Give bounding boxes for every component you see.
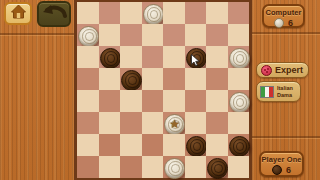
board-square[interactable] [99, 134, 121, 156]
board-square [120, 2, 142, 24]
difficulty-label: Expert [275, 65, 303, 75]
board-square[interactable] [142, 90, 164, 112]
board-square [206, 134, 228, 156]
board-square[interactable] [228, 46, 250, 68]
board-square [99, 156, 121, 178]
board-square [163, 2, 185, 24]
board-square [99, 68, 121, 90]
board-square [206, 2, 228, 24]
board-square[interactable] [206, 112, 228, 134]
board-square [185, 68, 207, 90]
board-square [163, 46, 185, 68]
board-square [228, 112, 250, 134]
board-square [120, 46, 142, 68]
italy-flag-icon [260, 86, 274, 98]
white-piece[interactable] [229, 92, 250, 113]
player-score: 6 [286, 165, 291, 175]
white-piece[interactable] [78, 26, 99, 47]
board-square [142, 156, 164, 178]
mouse-cursor [191, 53, 200, 71]
board-square[interactable] [163, 156, 185, 178]
board-square [185, 112, 207, 134]
player-name: Player One [261, 155, 302, 164]
undo-button[interactable] [37, 1, 71, 27]
board-square[interactable] [142, 134, 164, 156]
white-piece[interactable] [164, 158, 185, 179]
board-square[interactable] [99, 2, 121, 24]
board-square [206, 90, 228, 112]
board-square [77, 46, 99, 68]
board-square [120, 134, 142, 156]
variant-panel: Italian Dama [256, 81, 301, 102]
board-square[interactable] [206, 68, 228, 90]
wood-seam [0, 33, 74, 35]
board-square[interactable] [228, 90, 250, 112]
board-square[interactable] [120, 112, 142, 134]
board-square [77, 2, 99, 24]
board-square[interactable] [77, 112, 99, 134]
board-square [185, 156, 207, 178]
board: ★ [74, 0, 252, 180]
board-square [99, 24, 121, 46]
variant-line1: Italian [277, 85, 293, 91]
board-square[interactable] [120, 68, 142, 90]
board-square [228, 24, 250, 46]
board-square[interactable] [99, 90, 121, 112]
wood-seam [252, 32, 320, 34]
board-square[interactable] [99, 46, 121, 68]
board-square [99, 112, 121, 134]
white-king-piece[interactable]: ★ [164, 114, 185, 135]
board-square[interactable] [77, 156, 99, 178]
board-square[interactable] [142, 46, 164, 68]
computer-name: Computer [264, 8, 303, 17]
computer-score: 6 [288, 18, 293, 28]
board-square[interactable] [228, 134, 250, 156]
board-square [206, 46, 228, 68]
player-panel: Player One 6 [259, 151, 304, 177]
board-square[interactable]: ★ [163, 112, 185, 134]
white-piece[interactable] [229, 48, 250, 69]
board-square [185, 24, 207, 46]
board-square [142, 24, 164, 46]
dark-piece[interactable] [207, 158, 228, 179]
board-square [228, 156, 250, 178]
king-star-icon: ★ [169, 118, 180, 130]
dark-piece[interactable] [229, 136, 250, 157]
board-square [142, 68, 164, 90]
white-piece-icon [274, 18, 284, 28]
board-square [163, 90, 185, 112]
home-icon [10, 4, 27, 24]
board-square[interactable] [228, 2, 250, 24]
board-square [163, 134, 185, 156]
board-square[interactable] [185, 134, 207, 156]
board-square[interactable] [206, 24, 228, 46]
board-square [228, 68, 250, 90]
dark-piece[interactable] [121, 70, 142, 91]
board-square[interactable] [142, 2, 164, 24]
board-square[interactable] [120, 156, 142, 178]
undo-icon [41, 3, 67, 25]
board-square[interactable] [77, 68, 99, 90]
board-square [77, 134, 99, 156]
board-square[interactable] [163, 68, 185, 90]
white-piece[interactable] [143, 4, 164, 25]
home-button[interactable] [4, 2, 32, 25]
board-square[interactable] [77, 24, 99, 46]
board-square[interactable] [163, 24, 185, 46]
board-square[interactable] [206, 156, 228, 178]
variant-line2: Dama [277, 92, 292, 98]
dark-piece-icon [272, 165, 282, 175]
wood-seam [252, 136, 320, 138]
board-square[interactable] [185, 90, 207, 112]
board-square [77, 90, 99, 112]
difficulty-panel: Expert [256, 62, 309, 78]
app-root: ★ Computer 6 Expert Italian Dama Player … [0, 0, 320, 180]
board-square[interactable] [185, 2, 207, 24]
dark-piece[interactable] [100, 48, 121, 69]
dark-piece[interactable] [186, 136, 207, 157]
board-square [142, 112, 164, 134]
board-square [120, 90, 142, 112]
computer-panel: Computer 6 [262, 4, 305, 28]
board-square[interactable] [120, 24, 142, 46]
difficulty-red-ball-icon [261, 65, 272, 76]
